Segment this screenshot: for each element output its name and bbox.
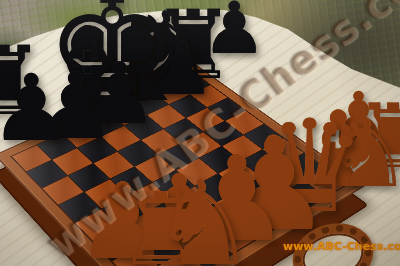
black-pawn: ♟ <box>0 63 72 155</box>
corner-watermark: www.ABC-Chess.com <box>283 240 400 253</box>
chess-set-photo: www.ABC-Chess.com ♜♟♟♝♟♚♝♞♜♟♟♟♜♟♞♟♟♛♝♟♞♜… <box>0 0 400 266</box>
brown-knight: ♞ <box>151 164 257 266</box>
